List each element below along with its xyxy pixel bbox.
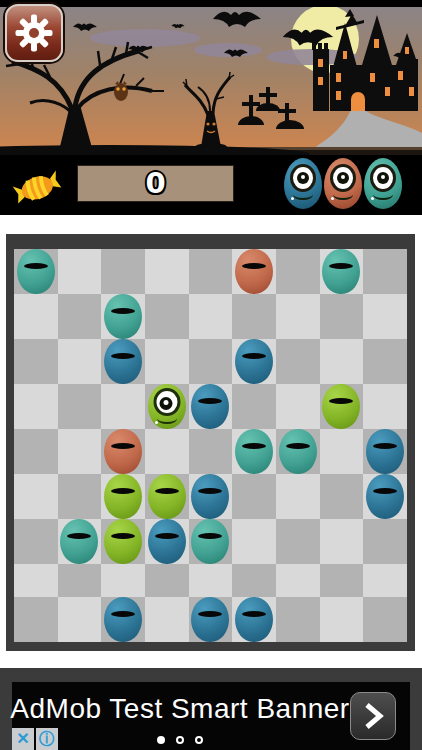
piece-blue[interactable] bbox=[235, 339, 273, 384]
board-cell[interactable] bbox=[320, 249, 364, 294]
board-cell[interactable] bbox=[276, 429, 320, 474]
closed-eye-icon bbox=[286, 443, 310, 449]
board-cell[interactable] bbox=[189, 474, 233, 519]
candy-icon[interactable] bbox=[6, 163, 68, 207]
piece-green[interactable] bbox=[322, 384, 360, 429]
closed-eye-icon bbox=[242, 611, 266, 617]
board-cell[interactable] bbox=[363, 564, 407, 597]
board-cell[interactable] bbox=[363, 249, 407, 294]
board-cell[interactable] bbox=[58, 474, 102, 519]
piece-orange[interactable] bbox=[104, 429, 142, 474]
board-cell[interactable] bbox=[232, 429, 276, 474]
ad-section: AdMob Test Smart Banner ✕ ⓘ bbox=[0, 668, 422, 750]
board-cell[interactable] bbox=[101, 249, 145, 294]
board-frame bbox=[6, 234, 415, 651]
board-cell[interactable] bbox=[320, 597, 364, 642]
score-box: 0 bbox=[77, 165, 234, 202]
board-cell[interactable] bbox=[145, 519, 189, 564]
board-cell[interactable] bbox=[276, 474, 320, 519]
board-cell[interactable] bbox=[101, 597, 145, 642]
board-cell[interactable] bbox=[58, 597, 102, 642]
board-cell[interactable] bbox=[232, 294, 276, 339]
board-cell[interactable] bbox=[58, 294, 102, 339]
board-cell[interactable] bbox=[363, 474, 407, 519]
piece-blue[interactable] bbox=[148, 519, 186, 564]
gear-icon bbox=[14, 13, 54, 53]
board-cell[interactable] bbox=[14, 339, 58, 384]
closed-eye-icon bbox=[111, 611, 135, 617]
board-cell[interactable] bbox=[363, 429, 407, 474]
board-cell[interactable] bbox=[363, 294, 407, 339]
board-cell[interactable] bbox=[101, 474, 145, 519]
smile-icon bbox=[373, 189, 393, 200]
board-cell[interactable] bbox=[363, 384, 407, 429]
board-cell[interactable] bbox=[320, 294, 364, 339]
board-cell[interactable] bbox=[101, 294, 145, 339]
closed-eye-icon bbox=[198, 398, 222, 404]
piece-green[interactable] bbox=[104, 519, 142, 564]
board-cell[interactable] bbox=[232, 564, 276, 597]
piece-teal[interactable] bbox=[60, 519, 98, 564]
ad-close-button[interactable]: ✕ bbox=[12, 728, 34, 750]
ad-pager-dot bbox=[157, 736, 165, 744]
open-eye-icon bbox=[370, 164, 396, 192]
toolbar-monster-teal bbox=[364, 158, 402, 209]
ad-next-button[interactable] bbox=[350, 692, 396, 740]
piece-teal[interactable] bbox=[191, 519, 229, 564]
ad-pager-dot bbox=[176, 736, 184, 744]
piece-teal[interactable] bbox=[235, 429, 273, 474]
closed-eye-icon bbox=[111, 308, 135, 314]
board-cell[interactable] bbox=[14, 249, 58, 294]
piece-blue[interactable] bbox=[191, 597, 229, 642]
piece-blue[interactable] bbox=[235, 597, 273, 642]
board-cell[interactable] bbox=[320, 429, 364, 474]
piece-blue[interactable] bbox=[366, 429, 404, 474]
board-cell[interactable] bbox=[320, 519, 364, 564]
board-cell[interactable] bbox=[320, 564, 364, 597]
board-cell[interactable] bbox=[58, 249, 102, 294]
score-value: 0 bbox=[145, 169, 165, 198]
board-cell[interactable] bbox=[320, 474, 364, 519]
open-eye-icon bbox=[330, 164, 356, 192]
closed-eye-icon bbox=[67, 533, 91, 539]
ad-banner[interactable]: AdMob Test Smart Banner ✕ ⓘ bbox=[12, 682, 410, 750]
board-cell[interactable] bbox=[101, 519, 145, 564]
board-cell[interactable] bbox=[101, 564, 145, 597]
board-cell[interactable] bbox=[232, 249, 276, 294]
board-cell[interactable] bbox=[189, 597, 233, 642]
board-cell[interactable] bbox=[276, 519, 320, 564]
piece-blue[interactable] bbox=[104, 597, 142, 642]
closed-eye-icon bbox=[155, 488, 179, 494]
board-cell[interactable] bbox=[58, 429, 102, 474]
board-cell[interactable] bbox=[14, 384, 58, 429]
board-cell[interactable] bbox=[101, 384, 145, 429]
ad-badges: ✕ ⓘ bbox=[12, 728, 58, 750]
board-cell[interactable] bbox=[232, 519, 276, 564]
piece-green-awake[interactable] bbox=[148, 384, 186, 429]
board-cell[interactable] bbox=[276, 339, 320, 384]
board-cell[interactable] bbox=[320, 384, 364, 429]
closed-eye-icon bbox=[198, 611, 222, 617]
board-cell[interactable] bbox=[14, 564, 58, 597]
closed-eye-icon bbox=[155, 533, 179, 539]
board-cell[interactable] bbox=[101, 429, 145, 474]
board-cell[interactable] bbox=[14, 474, 58, 519]
board-cell[interactable] bbox=[276, 564, 320, 597]
board-cell[interactable] bbox=[58, 339, 102, 384]
closed-eye-icon bbox=[329, 263, 353, 269]
game-toolbar: 0 bbox=[0, 155, 422, 215]
board-cell[interactable] bbox=[189, 339, 233, 384]
smile-icon bbox=[293, 189, 313, 200]
board-cell[interactable] bbox=[14, 294, 58, 339]
board-cell[interactable] bbox=[145, 597, 189, 642]
board-cell[interactable] bbox=[101, 339, 145, 384]
closed-eye-icon bbox=[111, 443, 135, 449]
board-cell[interactable] bbox=[145, 564, 189, 597]
board-cell[interactable] bbox=[189, 249, 233, 294]
closed-eye-icon bbox=[198, 533, 222, 539]
board-cell[interactable] bbox=[145, 384, 189, 429]
toolbar-monster-orange bbox=[324, 158, 362, 209]
smile-icon bbox=[333, 189, 353, 200]
board-cell[interactable] bbox=[189, 519, 233, 564]
ad-pager-dots bbox=[157, 736, 203, 744]
scene-art bbox=[0, 7, 422, 155]
piece-green[interactable] bbox=[104, 474, 142, 519]
board-cell[interactable] bbox=[189, 429, 233, 474]
piece-orange[interactable] bbox=[235, 249, 273, 294]
piece-teal[interactable] bbox=[322, 249, 360, 294]
closed-eye-icon bbox=[242, 443, 266, 449]
piece-green[interactable] bbox=[148, 474, 186, 519]
toolbar-monster-blue bbox=[284, 158, 322, 209]
board-cell[interactable] bbox=[145, 249, 189, 294]
closed-eye-icon bbox=[198, 488, 222, 494]
open-eye-icon bbox=[290, 164, 316, 192]
board-cell[interactable] bbox=[58, 519, 102, 564]
piece-blue[interactable] bbox=[366, 474, 404, 519]
board-cell[interactable] bbox=[232, 339, 276, 384]
board-cell[interactable] bbox=[145, 294, 189, 339]
closed-eye-icon bbox=[373, 488, 397, 494]
board-grid bbox=[14, 249, 407, 642]
board-cell[interactable] bbox=[232, 384, 276, 429]
closed-eye-icon bbox=[111, 488, 135, 494]
ad-info-button[interactable]: ⓘ bbox=[36, 728, 58, 750]
halloween-header-scene bbox=[0, 7, 422, 155]
closed-eye-icon bbox=[373, 443, 397, 449]
closed-eye-icon bbox=[329, 398, 353, 404]
board-cell[interactable] bbox=[363, 597, 407, 642]
closed-eye-icon bbox=[242, 353, 266, 359]
board-cell[interactable] bbox=[232, 474, 276, 519]
board-cell[interactable] bbox=[276, 249, 320, 294]
piece-teal[interactable] bbox=[17, 249, 55, 294]
open-eye-icon bbox=[153, 388, 180, 416]
board-cell[interactable] bbox=[189, 564, 233, 597]
board-cell[interactable] bbox=[276, 597, 320, 642]
board-cell[interactable] bbox=[58, 384, 102, 429]
board-cell[interactable] bbox=[58, 564, 102, 597]
piece-blue[interactable] bbox=[104, 339, 142, 384]
app-screen: 0 AdMob Test Smart Banner ✕ ⓘ bbox=[0, 0, 422, 750]
board-cell[interactable] bbox=[232, 597, 276, 642]
board-cell[interactable] bbox=[145, 474, 189, 519]
board-cell[interactable] bbox=[145, 429, 189, 474]
board-cell[interactable] bbox=[276, 384, 320, 429]
closed-eye-icon bbox=[111, 533, 135, 539]
board-cell[interactable] bbox=[320, 339, 364, 384]
board-cell[interactable] bbox=[14, 597, 58, 642]
chevron-right-icon bbox=[361, 702, 385, 730]
smile-icon bbox=[157, 413, 177, 424]
board-cell[interactable] bbox=[14, 429, 58, 474]
board-cell[interactable] bbox=[14, 519, 58, 564]
ad-pager-dot bbox=[195, 736, 203, 744]
piece-blue[interactable] bbox=[191, 384, 229, 429]
board-cell[interactable] bbox=[189, 384, 233, 429]
closed-eye-icon bbox=[24, 263, 48, 269]
ad-banner-text: AdMob Test Smart Banner bbox=[10, 693, 349, 725]
closed-eye-icon bbox=[242, 263, 266, 269]
owl-icon bbox=[114, 81, 128, 101]
piece-teal[interactable] bbox=[104, 294, 142, 339]
board-cell[interactable] bbox=[363, 519, 407, 564]
board-cell[interactable] bbox=[363, 339, 407, 384]
board-cell[interactable] bbox=[276, 294, 320, 339]
piece-teal[interactable] bbox=[279, 429, 317, 474]
closed-eye-icon bbox=[111, 353, 135, 359]
status-bar bbox=[0, 0, 422, 7]
monster-tray bbox=[284, 158, 402, 209]
board-cell[interactable] bbox=[189, 294, 233, 339]
board-cell[interactable] bbox=[145, 339, 189, 384]
settings-button[interactable] bbox=[5, 4, 63, 62]
piece-blue[interactable] bbox=[191, 474, 229, 519]
